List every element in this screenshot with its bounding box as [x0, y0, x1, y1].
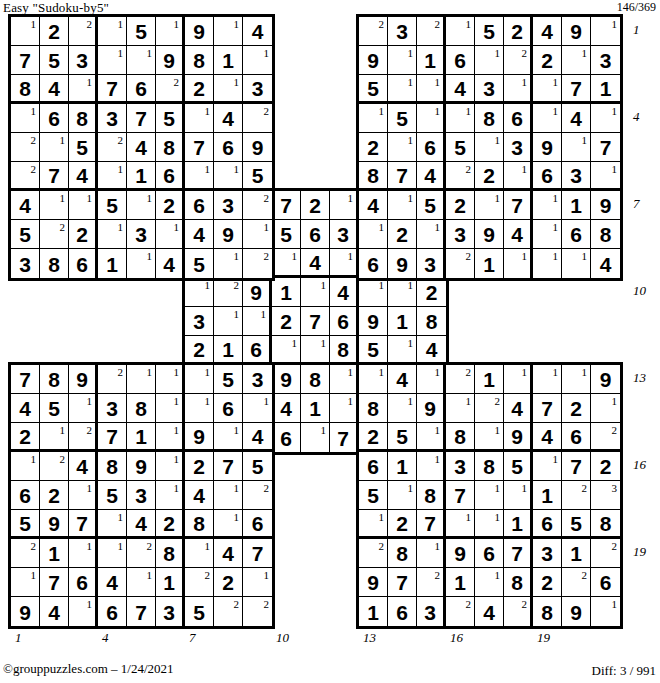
cell-r1c6[interactable]: 1: [156, 365, 185, 394]
cell-r8c2[interactable]: 2: [40, 220, 69, 249]
cell-r2c4[interactable]: 6: [446, 46, 475, 75]
cell-r7c3[interactable]: 5: [417, 191, 446, 220]
cell-r8c1[interactable]: 1: [359, 220, 388, 249]
cell-r9c2[interactable]: 6: [388, 597, 417, 626]
cell-r8c5[interactable]: 1: [301, 394, 330, 423]
cell-r2c4[interactable]: 1: [98, 46, 127, 75]
cell-r5c5[interactable]: 1: [475, 133, 504, 162]
cell-r7c6[interactable]: 8: [156, 539, 185, 568]
cell-r1c6[interactable]: 1: [330, 191, 359, 220]
cell-r7c1[interactable]: 2: [11, 539, 40, 568]
cell-r7c5[interactable]: 8: [301, 365, 330, 394]
cell-r7c7[interactable]: 6: [185, 191, 214, 220]
cell-r2c7[interactable]: 8: [185, 46, 214, 75]
cell-r2c4[interactable]: 1: [446, 394, 475, 423]
cell-r4c5[interactable]: 8: [475, 104, 504, 133]
cell-r8c1[interactable]: 5: [11, 220, 40, 249]
cell-r1c2[interactable]: 4: [388, 365, 417, 394]
cell-r5c6[interactable]: 6: [330, 307, 359, 336]
cell-r2c3[interactable]: 1: [417, 46, 446, 75]
cell-r1c9[interactable]: 9: [591, 365, 620, 394]
cell-r2c9[interactable]: 1: [243, 394, 272, 423]
cell-r3c7[interactable]: 1: [533, 75, 562, 104]
cell-r4c1[interactable]: 1: [11, 104, 40, 133]
cell-r7c6[interactable]: 7: [504, 191, 533, 220]
cell-r6c1[interactable]: 1: [359, 510, 388, 539]
cell-r9c1[interactable]: 1: [359, 597, 388, 626]
cell-r8c4[interactable]: 1: [446, 568, 475, 597]
cell-r1c8[interactable]: 1: [214, 17, 243, 46]
cell-r7c1[interactable]: 4: [11, 191, 40, 220]
cell-r7c3[interactable]: 1: [417, 539, 446, 568]
cell-r2c5[interactable]: 1: [475, 46, 504, 75]
cell-r9c9[interactable]: 2: [243, 597, 272, 626]
cell-r5c9[interactable]: 9: [243, 133, 272, 162]
cell-r7c5[interactable]: 6: [475, 539, 504, 568]
cell-r3c4[interactable]: 4: [446, 75, 475, 104]
cell-r5c4[interactable]: 2: [272, 307, 301, 336]
cell-r7c7[interactable]: 1: [185, 539, 214, 568]
cell-r2c4[interactable]: 5: [272, 220, 301, 249]
cell-r3c9[interactable]: 4: [243, 423, 272, 452]
cell-r2c1[interactable]: 8: [359, 394, 388, 423]
cell-r3c2[interactable]: 4: [40, 75, 69, 104]
cell-r8c8[interactable]: 2: [214, 568, 243, 597]
cell-r5c7[interactable]: 9: [359, 307, 388, 336]
cell-r2c6[interactable]: 9: [156, 46, 185, 75]
cell-r4c6[interactable]: 4: [330, 278, 359, 307]
cell-r1c4[interactable]: 1: [98, 17, 127, 46]
cell-r8c9[interactable]: 1: [243, 220, 272, 249]
cell-r2c7[interactable]: 7: [533, 394, 562, 423]
cell-r4c8[interactable]: 1: [388, 278, 417, 307]
cell-r2c2[interactable]: 1: [388, 394, 417, 423]
cell-r3c4[interactable]: 7: [98, 75, 127, 104]
cell-r3c3[interactable]: 2: [69, 423, 98, 452]
cell-r8c2[interactable]: 7: [388, 568, 417, 597]
cell-r1c4[interactable]: 7: [272, 191, 301, 220]
cell-r9c5[interactable]: 7: [127, 597, 156, 626]
cell-r8c1[interactable]: 1: [11, 568, 40, 597]
cell-r6c9[interactable]: 5: [243, 162, 272, 191]
cell-r6c8[interactable]: 1: [388, 336, 417, 365]
cell-r5c8[interactable]: 1: [388, 307, 417, 336]
cell-r6c3[interactable]: 7: [69, 510, 98, 539]
cell-r7c6[interactable]: 7: [504, 539, 533, 568]
cell-r8c7[interactable]: 2: [533, 568, 562, 597]
cell-r9c6[interactable]: 2: [504, 597, 533, 626]
cell-r7c2[interactable]: 1: [388, 191, 417, 220]
cell-r4c7[interactable]: 1: [533, 104, 562, 133]
cell-r1c5[interactable]: 1: [475, 365, 504, 394]
cell-r6c6[interactable]: 8: [330, 336, 359, 365]
cell-r6c4[interactable]: 1: [446, 510, 475, 539]
cell-r4c8[interactable]: 7: [562, 452, 591, 481]
cell-r8c6[interactable]: 8: [504, 568, 533, 597]
cell-r3c5[interactable]: 1: [127, 423, 156, 452]
cell-r6c3[interactable]: 6: [243, 336, 272, 365]
cell-r9c6[interactable]: 1: [504, 249, 533, 278]
cell-r9c4[interactable]: 2: [446, 249, 475, 278]
cell-r5c2[interactable]: 2: [40, 481, 69, 510]
cell-r2c3[interactable]: 3: [69, 46, 98, 75]
cell-r8c5[interactable]: 9: [475, 220, 504, 249]
cell-r7c5[interactable]: 1: [475, 191, 504, 220]
cell-r6c9[interactable]: 8: [591, 510, 620, 539]
cell-r9c4[interactable]: 2: [446, 597, 475, 626]
cell-r5c6[interactable]: 3: [504, 133, 533, 162]
cell-r8c5[interactable]: 3: [127, 220, 156, 249]
cell-r2c5[interactable]: 2: [475, 394, 504, 423]
cell-r7c3[interactable]: 1: [69, 539, 98, 568]
cell-r1c9[interactable]: 3: [243, 365, 272, 394]
cell-r9c1[interactable]: 9: [11, 597, 40, 626]
cell-r2c8[interactable]: 1: [562, 46, 591, 75]
cell-r7c9[interactable]: 2: [591, 539, 620, 568]
cell-r8c9[interactable]: 6: [591, 568, 620, 597]
cell-r3c1[interactable]: 2: [359, 423, 388, 452]
cell-r3c5[interactable]: 4: [301, 249, 330, 278]
cell-r5c8[interactable]: 2: [562, 481, 591, 510]
cell-r3c6[interactable]: 2: [156, 75, 185, 104]
cell-r2c7[interactable]: 1: [185, 394, 214, 423]
cell-r6c5[interactable]: 4: [127, 510, 156, 539]
cell-r9c3[interactable]: 6: [69, 249, 98, 278]
cell-r3c8[interactable]: 1: [214, 423, 243, 452]
cell-r7c2[interactable]: 1: [40, 191, 69, 220]
cell-r7c7[interactable]: 1: [533, 191, 562, 220]
cell-r9c3[interactable]: 3: [417, 597, 446, 626]
cell-r4c4[interactable]: 1: [446, 104, 475, 133]
cell-r6c3[interactable]: 7: [417, 510, 446, 539]
cell-r4c4[interactable]: 3: [98, 104, 127, 133]
cell-r5c7[interactable]: 7: [185, 133, 214, 162]
cell-r5c3[interactable]: 8: [417, 481, 446, 510]
cell-r2c7[interactable]: 2: [533, 46, 562, 75]
cell-r3c4[interactable]: 8: [446, 423, 475, 452]
cell-r6c3[interactable]: 4: [417, 162, 446, 191]
cell-r6c1[interactable]: 2: [11, 162, 40, 191]
cell-r1c1[interactable]: 2: [359, 17, 388, 46]
cell-r2c6[interactable]: 2: [504, 46, 533, 75]
cell-r7c1[interactable]: 4: [359, 191, 388, 220]
cell-r8c6[interactable]: 1: [156, 220, 185, 249]
cell-r6c4[interactable]: 1: [98, 510, 127, 539]
cell-r7c4[interactable]: 9: [272, 365, 301, 394]
cell-r4c3[interactable]: 1: [417, 452, 446, 481]
cell-r6c2[interactable]: 7: [40, 162, 69, 191]
cell-r4c1[interactable]: 1: [11, 452, 40, 481]
cell-r4c3[interactable]: 4: [69, 452, 98, 481]
cell-r6c8[interactable]: 1: [214, 510, 243, 539]
cell-r3c1[interactable]: 2: [11, 423, 40, 452]
cell-r4c9[interactable]: 2: [243, 104, 272, 133]
cell-r6c4[interactable]: 2: [446, 162, 475, 191]
cell-r1c8[interactable]: 5: [214, 365, 243, 394]
cell-r7c7[interactable]: 3: [533, 539, 562, 568]
cell-r5c4[interactable]: 7: [446, 481, 475, 510]
cell-r6c2[interactable]: 2: [388, 510, 417, 539]
cell-r9c9[interactable]: 2: [243, 249, 272, 278]
cell-r6c1[interactable]: 8: [359, 162, 388, 191]
cell-r6c3[interactable]: 4: [69, 162, 98, 191]
cell-r8c9[interactable]: 1: [243, 568, 272, 597]
cell-r4c3[interactable]: 1: [417, 104, 446, 133]
cell-r5c1[interactable]: 5: [359, 481, 388, 510]
cell-r7c8[interactable]: 4: [214, 539, 243, 568]
cell-r3c5[interactable]: 3: [475, 75, 504, 104]
cell-r9c8[interactable]: 9: [562, 597, 591, 626]
cell-r2c2[interactable]: 5: [40, 46, 69, 75]
cell-r9c8[interactable]: 1: [214, 249, 243, 278]
cell-r5c8[interactable]: 1: [562, 133, 591, 162]
cell-r4c5[interactable]: 1: [301, 278, 330, 307]
cell-r1c2[interactable]: 8: [40, 365, 69, 394]
cell-r8c4[interactable]: 3: [446, 220, 475, 249]
cell-r5c5[interactable]: 4: [127, 133, 156, 162]
cell-r7c2[interactable]: 8: [388, 539, 417, 568]
cell-r1c1[interactable]: 1: [11, 17, 40, 46]
cell-r5c3[interactable]: 6: [417, 133, 446, 162]
cell-r5c6[interactable]: 1: [504, 481, 533, 510]
cell-r8c6[interactable]: 1: [156, 568, 185, 597]
cell-r9c1[interactable]: 6: [359, 249, 388, 278]
cell-r3c9[interactable]: 1: [591, 75, 620, 104]
cell-r5c3[interactable]: 5: [69, 133, 98, 162]
cell-r6c2[interactable]: 1: [214, 336, 243, 365]
cell-r7c4[interactable]: 9: [446, 539, 475, 568]
cell-r2c1[interactable]: 7: [11, 46, 40, 75]
cell-r1c7[interactable]: 4: [533, 17, 562, 46]
cell-r9c9[interactable]: 4: [591, 249, 620, 278]
cell-r8c8[interactable]: 6: [562, 220, 591, 249]
cell-r4c2[interactable]: 2: [40, 452, 69, 481]
cell-r6c9[interactable]: 4: [417, 336, 446, 365]
cell-r8c3[interactable]: 2: [69, 220, 98, 249]
cell-r8c5[interactable]: 1: [475, 568, 504, 597]
cell-r6c7[interactable]: 5: [359, 336, 388, 365]
cell-r9c7[interactable]: 1: [533, 249, 562, 278]
cell-r8c2[interactable]: 2: [388, 220, 417, 249]
cell-r4c7[interactable]: 1: [359, 278, 388, 307]
cell-r5c3[interactable]: 1: [69, 481, 98, 510]
cell-r4c9[interactable]: 5: [243, 452, 272, 481]
cell-r9c7[interactable]: 5: [185, 597, 214, 626]
cell-r2c6[interactable]: 3: [330, 220, 359, 249]
cell-r5c4[interactable]: 5: [98, 481, 127, 510]
cell-r8c3[interactable]: 6: [69, 568, 98, 597]
cell-r9c6[interactable]: 3: [156, 597, 185, 626]
cell-r5c2[interactable]: 1: [388, 481, 417, 510]
cell-r1c7[interactable]: 9: [185, 17, 214, 46]
cell-r6c8[interactable]: 3: [562, 162, 591, 191]
cell-r8c1[interactable]: 9: [359, 568, 388, 597]
cell-r3c9[interactable]: 3: [243, 75, 272, 104]
cell-r2c9[interactable]: 1: [591, 394, 620, 423]
cell-r3c6[interactable]: 1: [156, 423, 185, 452]
cell-r2c5[interactable]: 6: [301, 220, 330, 249]
cell-r4c6[interactable]: 1: [156, 452, 185, 481]
cell-r9c2[interactable]: 9: [388, 249, 417, 278]
cell-r1c7[interactable]: 1: [185, 365, 214, 394]
cell-r6c4[interactable]: 1: [98, 162, 127, 191]
cell-r9c6[interactable]: 4: [156, 249, 185, 278]
cell-r3c3[interactable]: 1: [69, 75, 98, 104]
cell-r1c6[interactable]: 1: [504, 365, 533, 394]
cell-r3c7[interactable]: 9: [185, 423, 214, 452]
cell-r4c9[interactable]: 2: [591, 452, 620, 481]
cell-r9c2[interactable]: 4: [40, 597, 69, 626]
cell-r1c9[interactable]: 4: [243, 17, 272, 46]
cell-r9c3[interactable]: 1: [69, 597, 98, 626]
cell-r6c9[interactable]: 1: [591, 162, 620, 191]
cell-r8c7[interactable]: 4: [185, 220, 214, 249]
cell-r6c7[interactable]: 6: [533, 510, 562, 539]
cell-r6c6[interactable]: 2: [156, 510, 185, 539]
cell-r4c2[interactable]: 2: [214, 278, 243, 307]
cell-r3c5[interactable]: 1: [475, 423, 504, 452]
cell-r1c5[interactable]: 5: [475, 17, 504, 46]
cell-r4c6[interactable]: 5: [504, 452, 533, 481]
cell-r6c6[interactable]: 1: [504, 162, 533, 191]
cell-r7c6[interactable]: 2: [156, 191, 185, 220]
cell-r4c5[interactable]: 7: [127, 104, 156, 133]
cell-r7c9[interactable]: 7: [243, 539, 272, 568]
cell-r7c5[interactable]: 2: [127, 539, 156, 568]
cell-r8c7[interactable]: 2: [185, 568, 214, 597]
cell-r4c2[interactable]: 6: [40, 104, 69, 133]
cell-r4c7[interactable]: 2: [185, 452, 214, 481]
cell-r5c8[interactable]: 1: [214, 481, 243, 510]
cell-r8c8[interactable]: 2: [562, 568, 591, 597]
cell-r4c8[interactable]: 7: [214, 452, 243, 481]
cell-r4c5[interactable]: 9: [127, 452, 156, 481]
cell-r1c1[interactable]: 7: [11, 365, 40, 394]
cell-r1c6[interactable]: 1: [156, 17, 185, 46]
cell-r1c4[interactable]: 2: [446, 365, 475, 394]
cell-r3c1[interactable]: 5: [359, 75, 388, 104]
cell-r8c4[interactable]: 4: [98, 568, 127, 597]
cell-r4c2[interactable]: 5: [388, 104, 417, 133]
cell-r8c7[interactable]: 1: [533, 220, 562, 249]
cell-r3c1[interactable]: 8: [11, 75, 40, 104]
cell-r4c1[interactable]: 6: [359, 452, 388, 481]
cell-r5c3[interactable]: 1: [243, 307, 272, 336]
cell-r2c8[interactable]: 2: [562, 394, 591, 423]
cell-r4c4[interactable]: 8: [98, 452, 127, 481]
cell-r3c4[interactable]: 7: [98, 423, 127, 452]
cell-r9c6[interactable]: 7: [330, 423, 359, 452]
cell-r3c2[interactable]: 1: [388, 75, 417, 104]
cell-r3c3[interactable]: 1: [417, 75, 446, 104]
cell-r1c3[interactable]: 1: [417, 365, 446, 394]
cell-r3c6[interactable]: 9: [504, 423, 533, 452]
cell-r2c5[interactable]: 8: [127, 394, 156, 423]
cell-r9c3[interactable]: 3: [417, 249, 446, 278]
cell-r1c1[interactable]: 1: [359, 365, 388, 394]
cell-r4c6[interactable]: 5: [156, 104, 185, 133]
cell-r8c6[interactable]: 1: [330, 394, 359, 423]
cell-r4c9[interactable]: 2: [417, 278, 446, 307]
cell-r5c5[interactable]: 7: [301, 307, 330, 336]
cell-r6c5[interactable]: 1: [301, 336, 330, 365]
cell-r8c3[interactable]: 2: [417, 568, 446, 597]
cell-r4c3[interactable]: 9: [243, 278, 272, 307]
cell-r2c8[interactable]: 1: [214, 46, 243, 75]
cell-r5c2[interactable]: 1: [40, 133, 69, 162]
cell-r9c7[interactable]: 8: [533, 597, 562, 626]
cell-r4c9[interactable]: 1: [591, 104, 620, 133]
cell-r5c8[interactable]: 6: [214, 133, 243, 162]
cell-r9c4[interactable]: 1: [98, 249, 127, 278]
cell-r6c1[interactable]: 2: [185, 336, 214, 365]
cell-r1c3[interactable]: 2: [69, 17, 98, 46]
cell-r9c4[interactable]: 6: [98, 597, 127, 626]
cell-r1c9[interactable]: 1: [591, 17, 620, 46]
cell-r7c4[interactable]: 5: [98, 191, 127, 220]
cell-r6c7[interactable]: 1: [185, 162, 214, 191]
cell-r9c5[interactable]: 1: [475, 249, 504, 278]
cell-r8c5[interactable]: 1: [127, 568, 156, 597]
cell-r2c2[interactable]: 5: [40, 394, 69, 423]
cell-r3c8[interactable]: 7: [562, 75, 591, 104]
cell-r6c5[interactable]: 1: [127, 162, 156, 191]
cell-r3c7[interactable]: 4: [533, 423, 562, 452]
cell-r4c4[interactable]: 3: [446, 452, 475, 481]
cell-r4c8[interactable]: 4: [214, 104, 243, 133]
cell-r3c8[interactable]: 1: [214, 75, 243, 104]
cell-r9c5[interactable]: 1: [301, 423, 330, 452]
cell-r1c6[interactable]: 2: [504, 17, 533, 46]
cell-r4c1[interactable]: 1: [185, 278, 214, 307]
cell-r5c4[interactable]: 2: [98, 133, 127, 162]
cell-r2c6[interactable]: 1: [156, 394, 185, 423]
cell-r4c5[interactable]: 8: [475, 452, 504, 481]
cell-r1c2[interactable]: 2: [40, 17, 69, 46]
cell-r9c5[interactable]: 4: [475, 597, 504, 626]
cell-r1c5[interactable]: 2: [301, 191, 330, 220]
cell-r1c4[interactable]: 1: [446, 17, 475, 46]
cell-r7c1[interactable]: 2: [359, 539, 388, 568]
cell-r8c4[interactable]: 4: [272, 394, 301, 423]
cell-r2c1[interactable]: 9: [359, 46, 388, 75]
cell-r5c4[interactable]: 5: [446, 133, 475, 162]
cell-r6c9[interactable]: 6: [243, 510, 272, 539]
cell-r7c3[interactable]: 1: [69, 191, 98, 220]
cell-r1c8[interactable]: 1: [562, 365, 591, 394]
cell-r5c9[interactable]: 2: [243, 481, 272, 510]
cell-r1c4[interactable]: 2: [98, 365, 127, 394]
cell-r9c7[interactable]: 5: [185, 249, 214, 278]
cell-r3c9[interactable]: 2: [591, 423, 620, 452]
cell-r6c5[interactable]: 1: [475, 510, 504, 539]
cell-r1c5[interactable]: 1: [127, 365, 156, 394]
cell-r1c8[interactable]: 9: [562, 17, 591, 46]
cell-r6c7[interactable]: 8: [185, 510, 214, 539]
cell-r4c7[interactable]: 1: [185, 104, 214, 133]
cell-r3c7[interactable]: 2: [185, 75, 214, 104]
cell-r6c1[interactable]: 5: [11, 510, 40, 539]
cell-r1c3[interactable]: 2: [417, 17, 446, 46]
cell-r3c5[interactable]: 6: [127, 75, 156, 104]
cell-r2c8[interactable]: 6: [214, 394, 243, 423]
cell-r5c6[interactable]: 8: [156, 133, 185, 162]
cell-r9c1[interactable]: 3: [11, 249, 40, 278]
cell-r2c9[interactable]: 3: [591, 46, 620, 75]
cell-r2c9[interactable]: 1: [243, 46, 272, 75]
cell-r6c2[interactable]: 7: [388, 162, 417, 191]
cell-r3c4[interactable]: 1: [272, 249, 301, 278]
